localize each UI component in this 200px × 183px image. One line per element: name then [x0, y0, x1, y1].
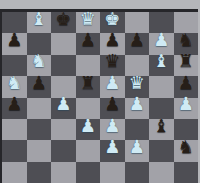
square-c6 [51, 55, 76, 76]
light-queen-d8[interactable]: ♛ [76, 8, 101, 29]
square-d5: ♜ [76, 76, 101, 97]
square-h1 [174, 162, 199, 183]
square-g2 [149, 140, 174, 161]
dark-pawn-e4[interactable]: ♟ [100, 94, 125, 115]
dark-bishop-g3[interactable]: ♝ [149, 115, 174, 136]
square-e2: ♟ [100, 140, 125, 161]
chess-board: ♝♚♛♚♟♟♟♟♟♞♞♛♝♜♞♟♜♟♛♟♟♟♟♟♟♟♟♝♟♟♞ [2, 12, 198, 183]
square-c8: ♚ [51, 12, 76, 33]
square-g5 [149, 76, 174, 97]
square-b4 [27, 98, 52, 119]
dark-rook-d5[interactable]: ♜ [76, 72, 101, 93]
square-a7: ♟ [2, 33, 27, 54]
light-bishop-b8[interactable]: ♝ [27, 8, 52, 29]
square-a3 [2, 119, 27, 140]
light-pawn-g7[interactable]: ♟ [149, 29, 174, 50]
square-b8: ♝ [27, 12, 52, 33]
square-g6: ♝ [149, 55, 174, 76]
dark-pawn-a7[interactable]: ♟ [2, 29, 27, 50]
square-g1 [149, 162, 174, 183]
dark-knight-h2[interactable]: ♞ [174, 136, 199, 157]
square-d1 [76, 162, 101, 183]
square-b3 [27, 119, 52, 140]
square-e1 [100, 162, 125, 183]
light-pawn-e2[interactable]: ♟ [100, 136, 125, 157]
square-a4: ♟ [2, 98, 27, 119]
dark-knight-h7[interactable]: ♞ [174, 29, 199, 50]
square-b5: ♟ [27, 76, 52, 97]
light-pawn-c4[interactable]: ♟ [51, 94, 76, 115]
square-d2 [76, 140, 101, 161]
dark-king-c8[interactable]: ♚ [51, 8, 76, 29]
square-c2 [51, 140, 76, 161]
dark-pawn-d7[interactable]: ♟ [76, 29, 101, 50]
light-pawn-h4[interactable]: ♟ [174, 94, 199, 115]
light-pawn-f4[interactable]: ♟ [125, 94, 150, 115]
square-f2: ♟ [125, 140, 150, 161]
square-f7: ♟ [125, 33, 150, 54]
light-pawn-e3[interactable]: ♟ [100, 115, 125, 136]
dark-pawn-h5[interactable]: ♟ [174, 72, 199, 93]
light-pawn-d3[interactable]: ♟ [76, 115, 101, 136]
square-b2 [27, 140, 52, 161]
square-c7 [51, 33, 76, 54]
square-h2: ♞ [174, 140, 199, 161]
light-pawn-e5[interactable]: ♟ [100, 72, 125, 93]
square-d7: ♟ [76, 33, 101, 54]
dark-pawn-e7[interactable]: ♟ [100, 29, 125, 50]
dark-pawn-a4[interactable]: ♟ [2, 94, 27, 115]
square-h4: ♟ [174, 98, 199, 119]
square-d3: ♟ [76, 119, 101, 140]
square-c1 [51, 162, 76, 183]
square-a2 [2, 140, 27, 161]
chess-photo-scene: ♝♚♛♚♟♟♟♟♟♞♞♛♝♜♞♟♜♟♛♟♟♟♟♟♟♟♟♝♟♟♞ [0, 0, 200, 183]
light-king-e8[interactable]: ♚ [100, 8, 125, 29]
light-pawn-f2[interactable]: ♟ [125, 136, 150, 157]
dark-rook-h6[interactable]: ♜ [174, 51, 199, 72]
square-f4: ♟ [125, 98, 150, 119]
square-a1 [2, 162, 27, 183]
square-c3 [51, 119, 76, 140]
square-b1 [27, 162, 52, 183]
light-bishop-g6[interactable]: ♝ [149, 51, 174, 72]
light-knight-b6[interactable]: ♞ [27, 51, 52, 72]
dark-pawn-f7[interactable]: ♟ [125, 29, 150, 50]
square-f1 [125, 162, 150, 183]
dark-queen-e6[interactable]: ♛ [100, 51, 125, 72]
square-g3: ♝ [149, 119, 174, 140]
light-queen-f5[interactable]: ♛ [125, 72, 150, 93]
light-knight-a5[interactable]: ♞ [2, 72, 27, 93]
square-c4: ♟ [51, 98, 76, 119]
dark-pawn-b5[interactable]: ♟ [27, 72, 52, 93]
